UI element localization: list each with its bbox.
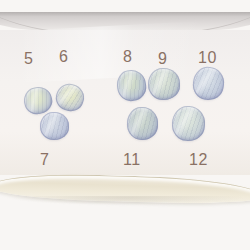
bead-number-9: 9 (158, 51, 167, 67)
bead-number-7: 7 (40, 152, 49, 168)
bead-number-12: 12 (189, 152, 208, 168)
bead-number-11: 11 (123, 152, 141, 168)
bead-number-6: 6 (59, 49, 68, 65)
bead-number-8: 8 (123, 49, 132, 65)
label-layer: 56789101112 (0, 0, 250, 250)
bead-photo: 56789101112 (0, 0, 250, 250)
bead-number-5: 5 (24, 51, 33, 67)
bead-number-10: 10 (198, 50, 217, 66)
